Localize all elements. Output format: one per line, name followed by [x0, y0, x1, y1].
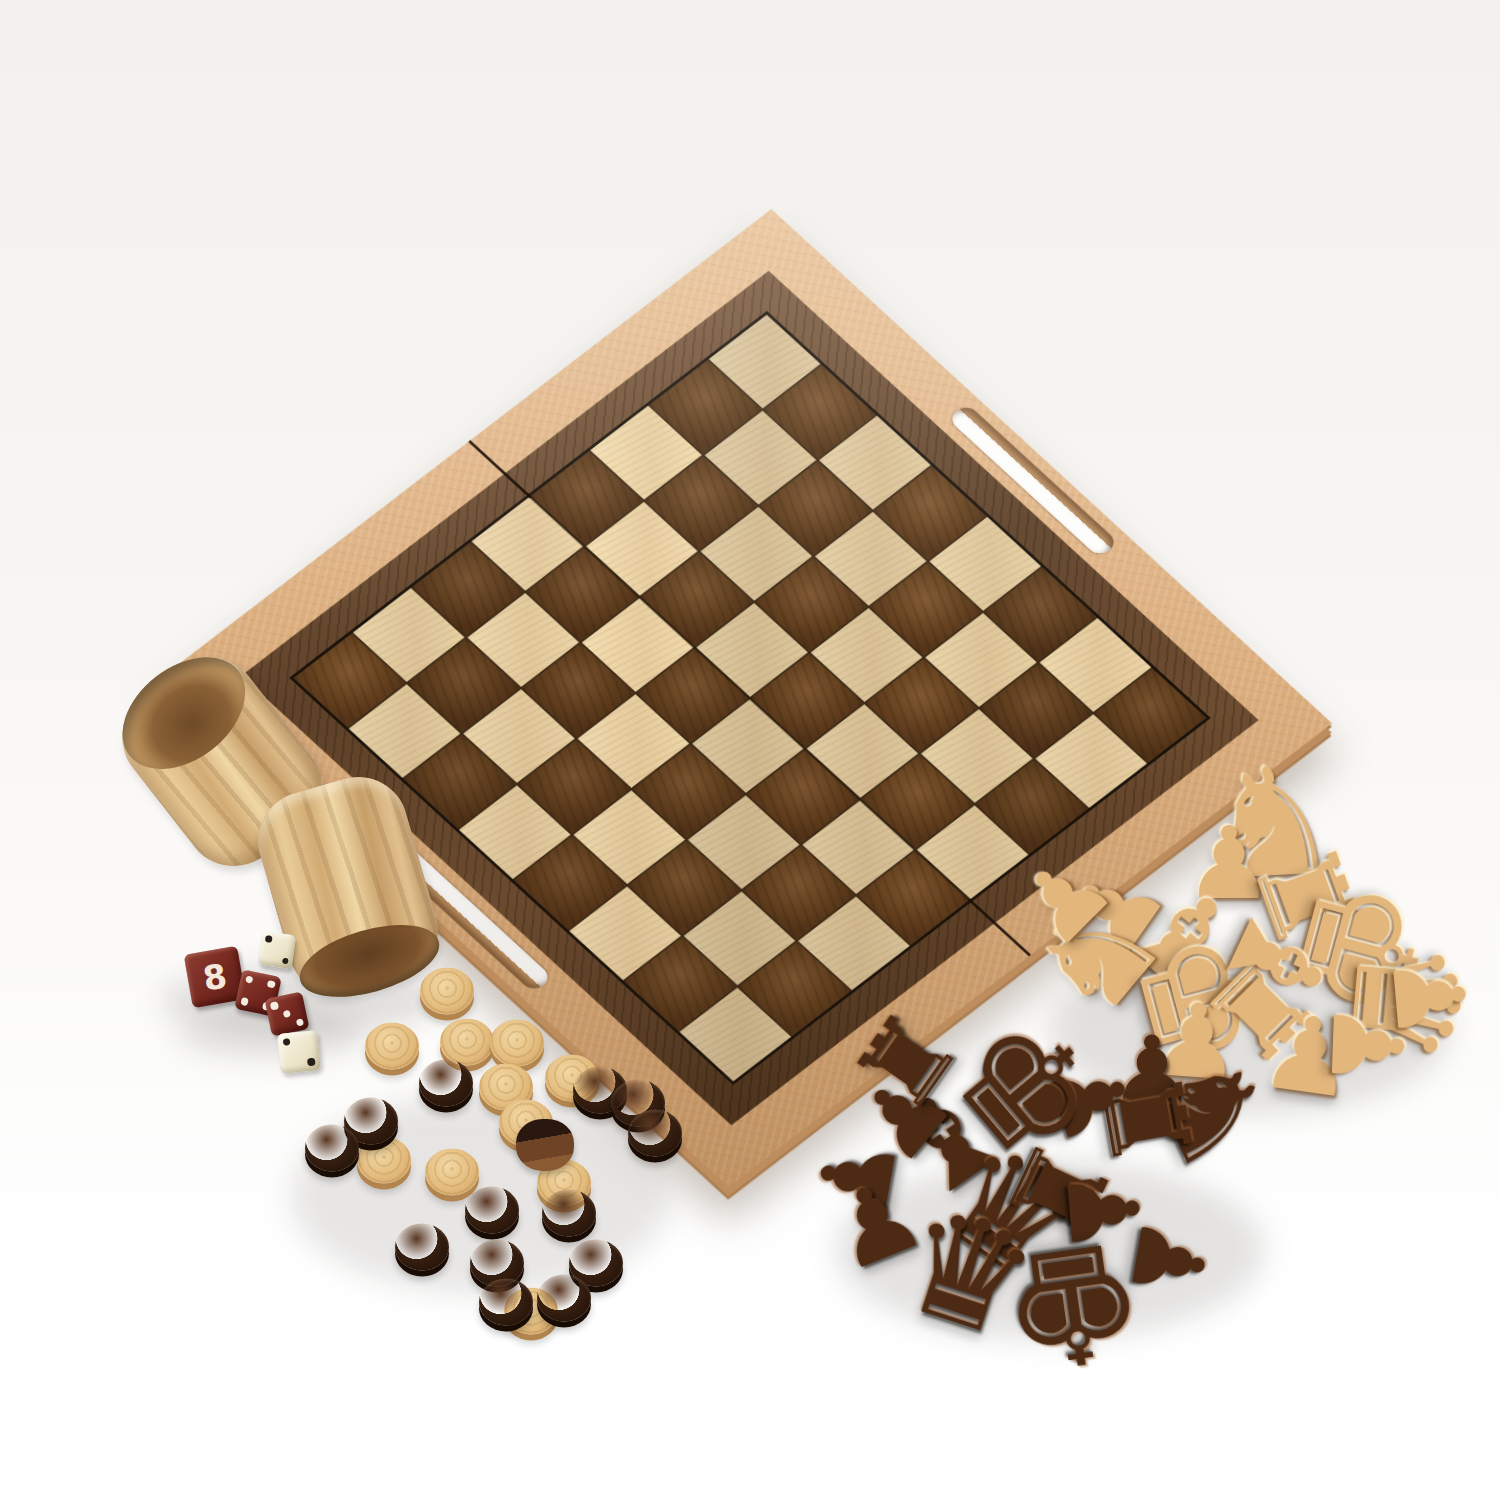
checker-dark[interactable] [542, 1190, 596, 1237]
checker-light[interactable] [440, 1019, 494, 1066]
checker-dark[interactable] [419, 1060, 473, 1107]
product-photo-scene: 8 ♞♟♜♚♛♟♝♞♚♜♟♟♟♝♟♟♟♞♜♟♚♝♟♜♟♟♛♜♟♛♚♟ [0, 0, 1500, 1500]
die-maroon-3[interactable] [264, 991, 309, 1036]
checker-dark[interactable] [395, 1224, 449, 1271]
chess-piece-dark-pawn[interactable]: ♟ [1115, 1210, 1222, 1309]
die-pip [245, 975, 254, 984]
checker-dark[interactable] [465, 1187, 519, 1234]
checker-light[interactable] [365, 1023, 419, 1070]
die-pip [267, 980, 276, 989]
die-pip [265, 936, 272, 943]
checker-light[interactable] [490, 1020, 544, 1067]
checker-dark[interactable] [305, 1125, 359, 1172]
checker-light[interactable] [425, 1149, 479, 1196]
checker-dark[interactable] [537, 1275, 591, 1322]
checker-dark[interactable] [479, 1279, 533, 1326]
checker-dark[interactable] [628, 1110, 682, 1157]
chess-piece-light-pawn[interactable]: ♟ [1377, 950, 1480, 1044]
die-pip [281, 957, 288, 964]
die-pip [283, 1038, 291, 1046]
die-pip [295, 1018, 304, 1027]
die-cream-2[interactable] [258, 931, 296, 969]
die-pip [307, 1058, 315, 1066]
checker-dark-on-edge[interactable] [516, 1119, 574, 1171]
die-pip [270, 1002, 279, 1011]
die-pip [240, 997, 249, 1006]
die-pip [283, 1010, 292, 1019]
checker-light[interactable] [420, 968, 474, 1015]
die-cream-2[interactable] [277, 1030, 321, 1074]
